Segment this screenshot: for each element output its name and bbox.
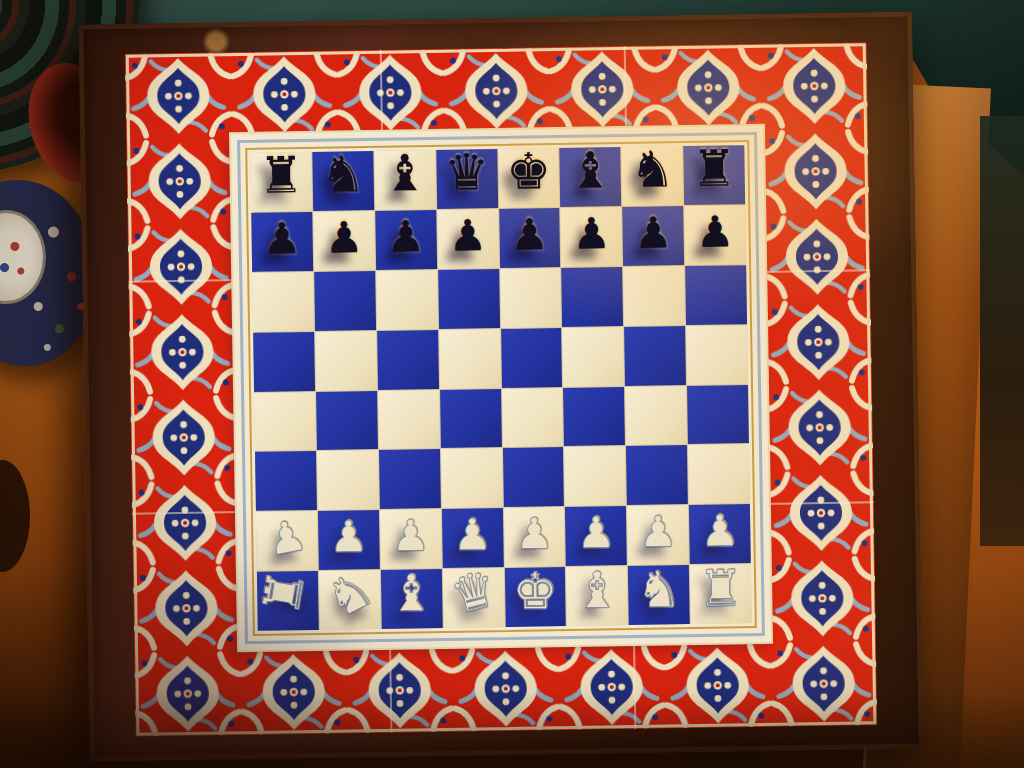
piece-black-bishop[interactable]: ♝ xyxy=(568,146,614,197)
square-h3[interactable] xyxy=(688,444,750,504)
piece-white-pawn[interactable]: ♟ xyxy=(515,512,554,556)
square-d6[interactable] xyxy=(438,269,500,329)
square-f2[interactable]: ♟ xyxy=(565,506,627,566)
chess-table-photo: ♜♞♝♛♚♝♞♜♟♟♟♟♟♟♟♟♟♟♟♟♟♟♟♟♜♞♝♛♚♝♞♜ xyxy=(0,0,1024,768)
piece-white-king[interactable]: ♚ xyxy=(512,566,558,617)
piece-black-bishop[interactable]: ♝ xyxy=(382,149,428,200)
square-f3[interactable] xyxy=(564,446,626,506)
piece-white-bishop[interactable]: ♝ xyxy=(389,568,435,619)
square-b5[interactable] xyxy=(315,331,377,391)
piece-white-knight[interactable]: ♞ xyxy=(318,562,381,627)
square-f4[interactable] xyxy=(563,387,625,447)
piece-white-pawn[interactable]: ♟ xyxy=(391,514,430,558)
square-d1[interactable]: ♛ xyxy=(442,568,504,628)
playing-field: ♜♞♝♛♚♝♞♜♟♟♟♟♟♟♟♟♟♟♟♟♟♟♟♟♜♞♝♛♚♝♞♜ xyxy=(231,126,771,650)
piece-black-pawn[interactable]: ♟ xyxy=(386,215,425,259)
square-a6[interactable] xyxy=(252,272,314,332)
checkerboard: ♜♞♝♛♚♝♞♜♟♟♟♟♟♟♟♟♟♟♟♟♟♟♟♟♜♞♝♛♚♝♞♜ xyxy=(250,145,751,631)
square-e1[interactable]: ♚ xyxy=(504,567,566,627)
piece-black-king[interactable]: ♚ xyxy=(506,147,552,198)
square-e8[interactable]: ♚ xyxy=(498,148,560,208)
piece-white-bishop[interactable]: ♝ xyxy=(574,565,620,616)
square-h1[interactable]: ♜ xyxy=(690,564,752,624)
square-a4[interactable] xyxy=(254,391,316,451)
square-e7[interactable]: ♟ xyxy=(499,208,561,268)
piece-black-rook[interactable]: ♜ xyxy=(258,151,304,202)
square-g3[interactable] xyxy=(626,445,688,505)
square-d8[interactable]: ♛ xyxy=(436,149,498,209)
piece-black-pawn[interactable]: ♟ xyxy=(510,213,549,257)
piece-white-pawn[interactable]: ♟ xyxy=(264,513,310,563)
square-d2[interactable]: ♟ xyxy=(442,508,504,568)
pinstripe-frame: ♜♞♝♛♚♝♞♜♟♟♟♟♟♟♟♟♟♟♟♟♟♟♟♟♜♞♝♛♚♝♞♜ xyxy=(237,132,765,644)
piece-black-pawn[interactable]: ♟ xyxy=(262,217,301,261)
square-g2[interactable]: ♟ xyxy=(627,505,689,565)
gold-frame: ♜♞♝♛♚♝♞♜♟♟♟♟♟♟♟♟♟♟♟♟♟♟♟♟♜♞♝♛♚♝♞♜ xyxy=(245,140,757,636)
square-b7[interactable]: ♟ xyxy=(313,211,375,271)
square-a3[interactable] xyxy=(255,451,317,511)
piece-white-queen[interactable]: ♛ xyxy=(446,562,502,621)
square-b3[interactable] xyxy=(317,450,379,510)
square-d5[interactable] xyxy=(439,329,501,389)
square-d7[interactable]: ♟ xyxy=(437,209,499,269)
square-c2[interactable]: ♟ xyxy=(380,509,442,569)
square-h8[interactable]: ♜ xyxy=(683,145,745,205)
square-e2[interactable]: ♟ xyxy=(503,507,565,567)
piece-white-knight[interactable]: ♞ xyxy=(636,564,682,615)
square-f8[interactable]: ♝ xyxy=(560,147,622,207)
square-c1[interactable]: ♝ xyxy=(381,569,443,629)
square-d3[interactable] xyxy=(441,448,503,508)
square-b6[interactable] xyxy=(314,271,376,331)
piece-white-pawn[interactable]: ♟ xyxy=(453,513,492,557)
square-e4[interactable] xyxy=(502,388,564,448)
piece-black-knight[interactable]: ♞ xyxy=(320,150,366,201)
right-shadow-strip xyxy=(980,116,1024,546)
piece-black-pawn[interactable]: ♟ xyxy=(572,212,611,256)
square-f1[interactable]: ♝ xyxy=(566,566,628,626)
square-a7[interactable]: ♟ xyxy=(251,212,313,272)
square-c5[interactable] xyxy=(377,330,439,390)
square-g8[interactable]: ♞ xyxy=(622,146,684,206)
chess-board: ♜♞♝♛♚♝♞♜♟♟♟♟♟♟♟♟♟♟♟♟♟♟♟♟♜♞♝♛♚♝♞♜ xyxy=(78,11,923,761)
square-h6[interactable] xyxy=(685,265,747,325)
piece-black-rook[interactable]: ♜ xyxy=(691,144,737,195)
square-b4[interactable] xyxy=(316,390,378,450)
square-c6[interactable] xyxy=(376,270,438,330)
piece-white-pawn[interactable]: ♟ xyxy=(329,515,368,559)
square-a5[interactable] xyxy=(253,332,315,392)
square-g4[interactable] xyxy=(625,386,687,446)
square-c8[interactable]: ♝ xyxy=(374,150,436,210)
square-e6[interactable] xyxy=(500,268,562,328)
square-a8[interactable]: ♜ xyxy=(250,152,312,212)
square-a2[interactable]: ♟ xyxy=(256,511,318,571)
piece-white-rook[interactable]: ♜ xyxy=(698,563,744,614)
piece-black-pawn[interactable]: ♟ xyxy=(696,210,735,254)
piece-black-queen[interactable]: ♛ xyxy=(444,148,490,199)
piece-black-pawn[interactable]: ♟ xyxy=(324,216,363,260)
square-f7[interactable]: ♟ xyxy=(561,207,623,267)
piece-black-pawn[interactable]: ♟ xyxy=(448,214,487,258)
square-c7[interactable]: ♟ xyxy=(375,210,437,270)
square-b1[interactable]: ♞ xyxy=(319,570,381,630)
square-g6[interactable] xyxy=(623,266,685,326)
piece-white-pawn[interactable]: ♟ xyxy=(577,511,616,555)
square-c4[interactable] xyxy=(378,389,440,449)
piece-white-pawn[interactable]: ♟ xyxy=(700,509,739,553)
square-d4[interactable] xyxy=(440,389,502,449)
square-g7[interactable]: ♟ xyxy=(622,206,684,266)
square-e3[interactable] xyxy=(502,447,564,507)
piece-black-pawn[interactable]: ♟ xyxy=(634,211,673,255)
square-g5[interactable] xyxy=(624,326,686,386)
piece-white-pawn[interactable]: ♟ xyxy=(638,510,677,554)
square-g1[interactable]: ♞ xyxy=(628,565,690,625)
square-h2[interactable]: ♟ xyxy=(689,504,751,564)
square-f6[interactable] xyxy=(562,267,624,327)
square-e5[interactable] xyxy=(501,328,563,388)
square-h4[interactable] xyxy=(687,385,749,445)
square-c3[interactable] xyxy=(379,449,441,509)
square-f5[interactable] xyxy=(562,327,624,387)
square-b8[interactable]: ♞ xyxy=(312,151,374,211)
square-h5[interactable] xyxy=(686,325,748,385)
piece-white-rook[interactable]: ♜ xyxy=(256,566,312,618)
piece-black-knight[interactable]: ♞ xyxy=(629,145,675,196)
square-a1[interactable]: ♜ xyxy=(257,571,319,631)
square-h7[interactable]: ♟ xyxy=(684,205,746,265)
